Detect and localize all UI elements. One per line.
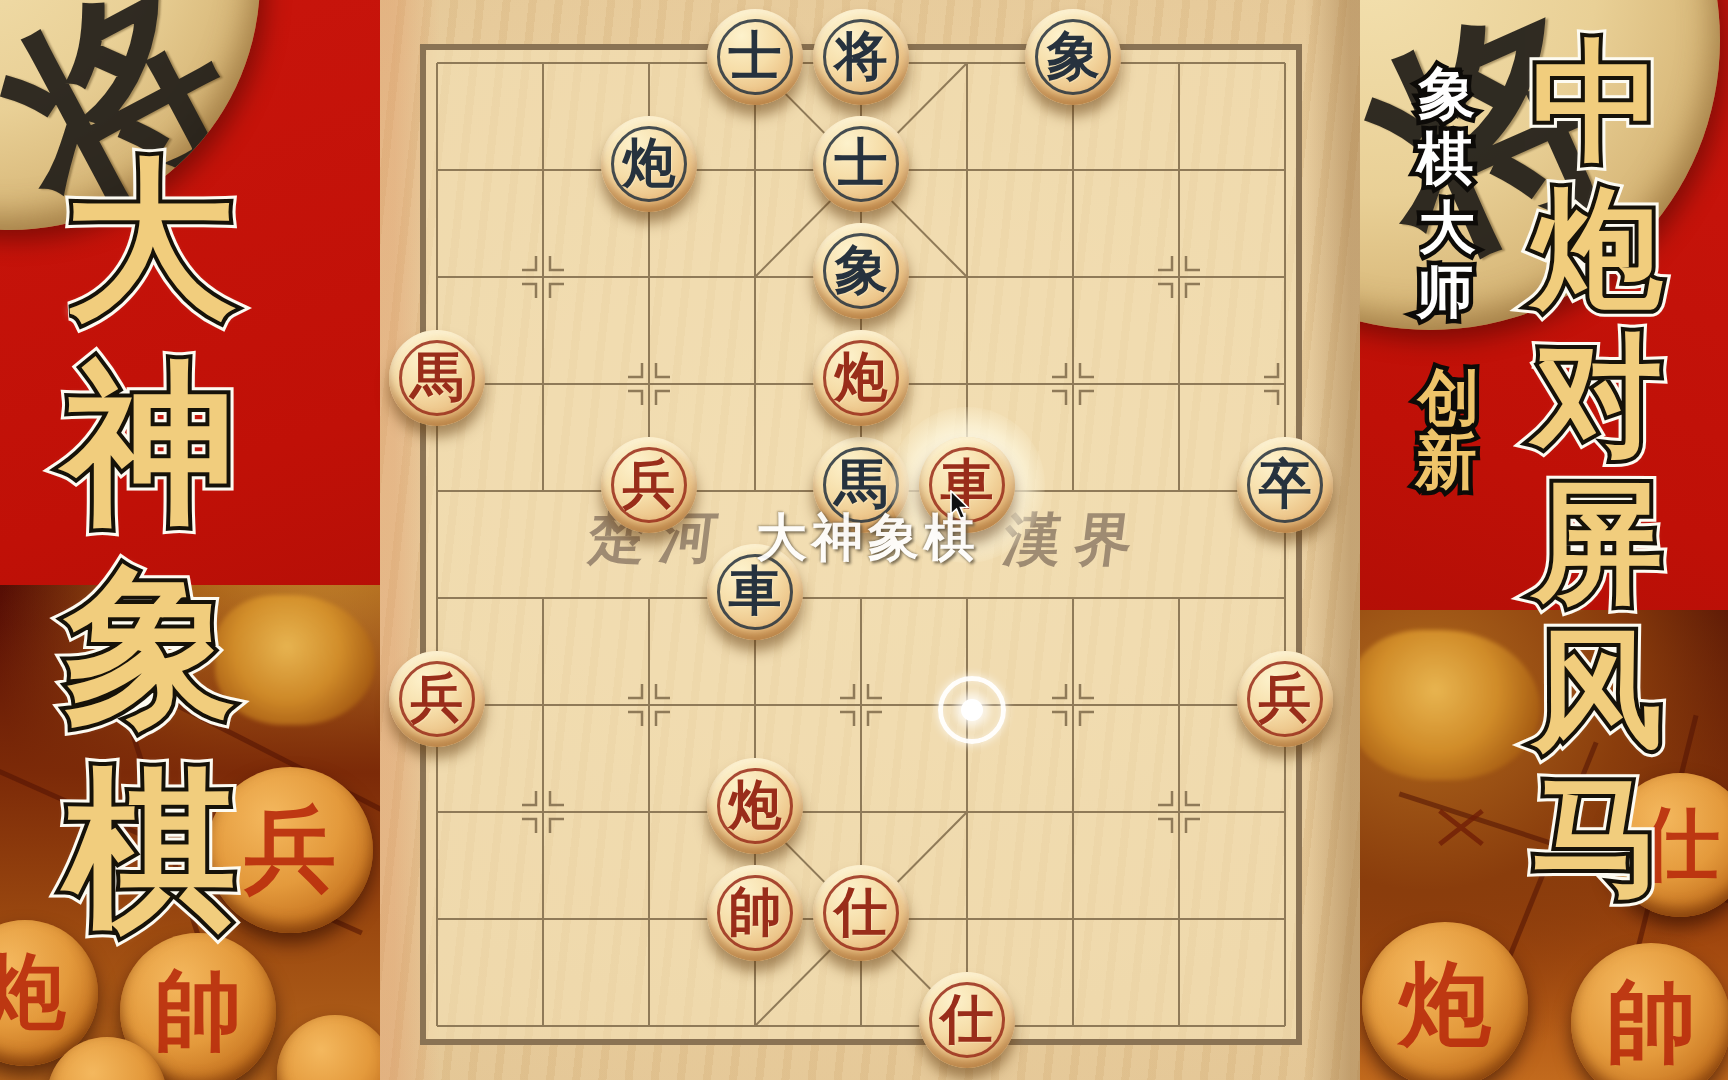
piece-black-soldier-i5[interactable]: 卒 bbox=[1237, 437, 1333, 533]
piece-black-elephant-g1[interactable]: 象 bbox=[1025, 9, 1121, 105]
left-title-char-3: 象象 bbox=[64, 562, 236, 734]
piece-red-horse-a4[interactable]: 馬 bbox=[389, 330, 485, 426]
right-title-char-6: 马马 bbox=[1532, 772, 1663, 903]
left-title-char-2: 神神 bbox=[64, 359, 236, 531]
piece-black-elephant-e3[interactable]: 象 bbox=[813, 223, 909, 319]
piece-black-advisor-d1[interactable]: 士 bbox=[707, 9, 803, 105]
photo-piece-pao: 炮 bbox=[1362, 922, 1528, 1080]
piece-black-general-e1[interactable]: 将 bbox=[813, 9, 909, 105]
left-title-char-1: 大大 bbox=[64, 156, 236, 328]
last-move-source-marker bbox=[938, 676, 1006, 744]
badge-char-2: 新新 bbox=[1415, 430, 1477, 492]
video-frame: 楚河 漢界 大神象棋 士将象炮士象馬卒車馬炮兵車兵兵炮帥仕仕 将 兵 帥 炮 大… bbox=[0, 0, 1728, 1080]
piece-red-advisor-e9[interactable]: 仕 bbox=[813, 865, 909, 961]
piece-red-advisor-f10[interactable]: 仕 bbox=[919, 972, 1015, 1068]
photo-palace-mark bbox=[1438, 804, 1484, 850]
mouse-cursor bbox=[950, 490, 976, 522]
subtitle-char-2: 棋棋 bbox=[1417, 130, 1474, 187]
badge-char-1: 创创 bbox=[1418, 367, 1480, 429]
right-title-char-1: 中中 bbox=[1532, 37, 1663, 168]
right-title-char-3: 对对 bbox=[1532, 331, 1663, 462]
piece-red-soldier-a7[interactable]: 兵 bbox=[389, 651, 485, 747]
piece-red-soldier-c5[interactable]: 兵 bbox=[601, 437, 697, 533]
gold-foil bbox=[215, 595, 375, 725]
right-title-char-4: 屏屏 bbox=[1532, 478, 1663, 609]
piece-black-cannon-c2[interactable]: 炮 bbox=[601, 116, 697, 212]
channel-watermark: 大神象棋 bbox=[756, 504, 980, 573]
photo-piece-shuai: 帥 bbox=[1571, 943, 1728, 1080]
photo-piece-partial bbox=[277, 1015, 380, 1080]
piece-red-cannon-d8[interactable]: 炮 bbox=[707, 758, 803, 854]
gold-foil bbox=[1360, 630, 1540, 780]
subtitle-char-3: 大大 bbox=[1419, 199, 1476, 256]
right-title-char-5: 风风 bbox=[1532, 625, 1663, 756]
subtitle-char-4: 师师 bbox=[1417, 263, 1474, 320]
piece-black-advisor-e2[interactable]: 士 bbox=[813, 116, 909, 212]
right-title-char-2: 炮炮 bbox=[1532, 184, 1663, 315]
right-decor-panel: 将 仕 炮 帥 象象 棋棋 大大 师师 创创 新新 中中 炮炮 bbox=[1360, 0, 1728, 1080]
left-decor-panel: 将 兵 帥 炮 大大 神神 象象 棋棋 bbox=[0, 0, 380, 1080]
piece-red-soldier-i7[interactable]: 兵 bbox=[1237, 651, 1333, 747]
piece-red-king-d9[interactable]: 帥 bbox=[707, 865, 803, 961]
left-title-char-4: 棋棋 bbox=[64, 765, 236, 937]
subtitle-char-1: 象象 bbox=[1419, 65, 1476, 122]
piece-red-cannon-e4[interactable]: 炮 bbox=[813, 330, 909, 426]
